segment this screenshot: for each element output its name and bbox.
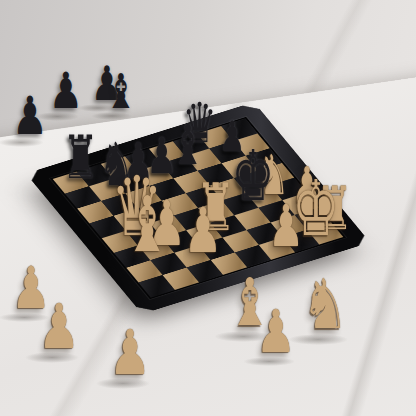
captured-coral-pawn[interactable]: ♟	[256, 302, 296, 361]
captured-coral-pieces-tray: ♟♝♞♟♟♟	[0, 0, 416, 416]
captured-coral-knight[interactable]: ♞	[302, 270, 349, 339]
captured-coral-pawn[interactable]: ♟	[38, 295, 80, 357]
captured-coral-pawn[interactable]: ♟	[109, 321, 151, 383]
chess-set-photo-scene: ♟♟♝♟ ♜♛♞♟♟♝♟♛♚♞♝♟♜♟♟♟♚♜ ♟♝♞♟♟♟	[0, 0, 416, 416]
